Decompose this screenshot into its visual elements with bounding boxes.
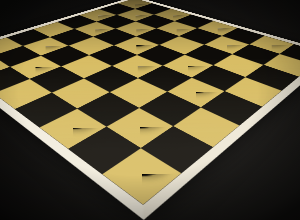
cream-checker-sprite	[121, 34, 153, 68]
piece-top-face	[164, 3, 190, 22]
black-checker-sprite	[178, 56, 214, 94]
piece-top-face	[52, 85, 94, 116]
black-checker-sprite	[119, 85, 161, 130]
cream-checker-sprite	[82, 3, 108, 30]
piece-top-face	[82, 3, 108, 22]
piece-top-face	[20, 35, 52, 58]
black-checker-sprite	[117, 124, 167, 177]
checkers-board	[0, 0, 300, 220]
piece-top-face	[213, 16, 242, 37]
scene-perspective-wrapper	[38, 0, 254, 220]
piece-top-face	[257, 16, 285, 37]
black-checker-sprite	[52, 85, 94, 130]
cream-checker-sprite	[164, 3, 190, 30]
black-checker-sprite	[20, 35, 52, 69]
piece-top-face	[119, 85, 161, 116]
cream-checker-sprite	[213, 16, 242, 46]
photo-stage	[0, 0, 300, 220]
cream-checker-sprite	[257, 16, 285, 46]
piece-top-face	[172, 34, 204, 57]
piece-top-face	[121, 34, 153, 57]
piece-top-face	[178, 56, 214, 82]
piece-top-face	[117, 124, 167, 160]
